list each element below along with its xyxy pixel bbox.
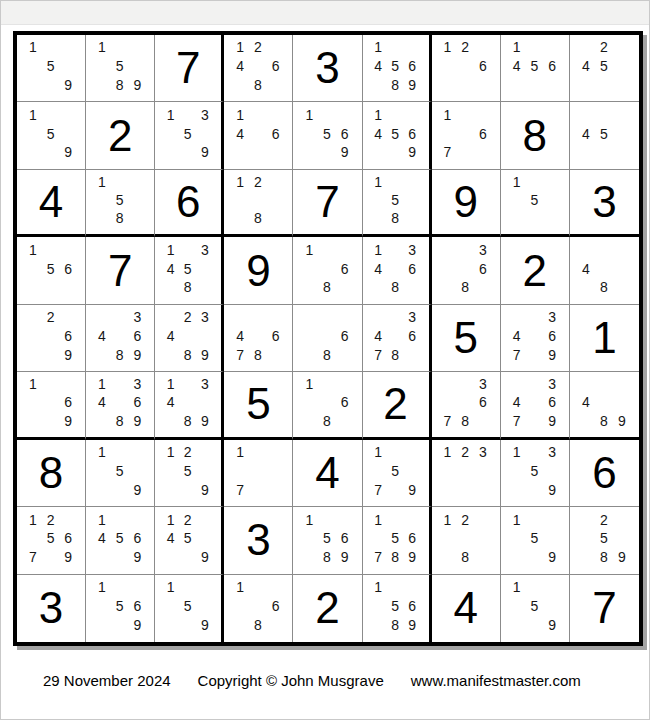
candidate-4: 4 <box>231 124 249 143</box>
candidate-5: 5 <box>595 57 613 76</box>
candidate-1: 1 <box>508 443 526 462</box>
cell-r2c9: 45 <box>570 102 639 169</box>
candidate-1: 1 <box>93 375 111 393</box>
candidates: 17 <box>224 440 292 506</box>
cell-r8c2: 14569 <box>86 507 155 574</box>
candidates: 168 <box>293 372 361 436</box>
candidate-1: 1 <box>24 105 42 124</box>
candidate-5: 5 <box>111 191 129 209</box>
cell-r6c8: 34679 <box>501 372 570 439</box>
candidate-1: 1 <box>231 105 249 124</box>
candidates: 123 <box>432 440 500 506</box>
candidate-8: 8 <box>179 345 196 364</box>
cell-r4c3: 13458 <box>155 237 224 304</box>
candidates: 34679 <box>501 305 569 371</box>
footer: 29 November 2024 Copyright © John Musgra… <box>43 672 581 689</box>
candidate-3: 3 <box>196 375 213 393</box>
candidates: 1456 <box>501 35 569 101</box>
candidate-9: 9 <box>59 76 77 95</box>
candidate-9: 9 <box>129 480 147 499</box>
digit: 3 <box>293 35 361 101</box>
cell-r1c6: 145689 <box>363 35 432 102</box>
cell-r3c7: 9 <box>432 170 501 237</box>
candidate-6: 6 <box>543 57 561 76</box>
candidates: 13458 <box>155 237 221 303</box>
candidate-8: 8 <box>249 616 267 635</box>
candidate-1: 1 <box>231 38 249 57</box>
candidate-1: 1 <box>439 105 457 124</box>
candidate-6: 6 <box>404 597 421 616</box>
candidate-8: 8 <box>387 548 404 567</box>
candidates: 159 <box>17 102 85 168</box>
cell-r5c8: 34679 <box>501 305 570 372</box>
candidates: 128 <box>432 507 500 573</box>
footer-copyright: Copyright © John Musgrave <box>198 672 384 689</box>
candidate-3: 3 <box>474 375 492 393</box>
cell-r5c4: 4678 <box>224 305 293 372</box>
candidate-6: 6 <box>59 259 77 278</box>
candidate-5: 5 <box>42 259 60 278</box>
candidates: 159 <box>501 575 569 642</box>
candidate-4: 4 <box>370 124 387 143</box>
cell-r9c4: 168 <box>224 575 293 642</box>
candidate-8: 8 <box>179 278 196 297</box>
cell-r1c5: 3 <box>293 35 362 102</box>
candidate-1: 1 <box>439 443 457 462</box>
page-top-band <box>1 1 649 25</box>
candidate-4: 4 <box>162 529 179 548</box>
footer-website-link[interactable]: www.manifestmaster.com <box>411 672 581 689</box>
candidate-5: 5 <box>42 57 60 76</box>
digit: 3 <box>224 507 292 573</box>
candidates: 48 <box>570 237 639 303</box>
candidate-1: 1 <box>508 38 526 57</box>
candidate-9: 9 <box>543 412 561 430</box>
candidate-3: 3 <box>474 443 492 462</box>
cell-r6c4: 5 <box>224 372 293 439</box>
candidate-6: 6 <box>59 393 77 411</box>
candidates: 15 <box>501 170 569 234</box>
candidate-8: 8 <box>111 412 129 430</box>
candidate-7: 7 <box>508 412 526 430</box>
cell-r8c1: 125679 <box>17 507 86 574</box>
cell-r7c2: 159 <box>86 440 155 507</box>
candidate-7: 7 <box>508 345 526 364</box>
candidate-9: 9 <box>196 616 213 635</box>
digit: 2 <box>86 102 154 168</box>
candidates: 3678 <box>432 372 500 436</box>
candidate-4: 4 <box>93 327 111 346</box>
candidates: 159 <box>501 507 569 573</box>
candidate-1: 1 <box>162 443 179 462</box>
candidate-6: 6 <box>404 327 421 346</box>
cell-r1c7: 126 <box>432 35 501 102</box>
digit: 5 <box>224 372 292 436</box>
candidate-1: 1 <box>93 578 111 597</box>
candidate-3: 3 <box>404 240 421 259</box>
cell-r8c3: 12459 <box>155 507 224 574</box>
candidates: 14569 <box>363 102 429 168</box>
footer-date: 29 November 2024 <box>43 672 171 689</box>
candidate-1: 1 <box>231 578 249 597</box>
digit: 2 <box>293 575 361 642</box>
cell-r4c1: 156 <box>17 237 86 304</box>
candidate-9: 9 <box>59 412 77 430</box>
cell-r1c9: 245 <box>570 35 639 102</box>
candidate-1: 1 <box>93 443 111 462</box>
candidate-1: 1 <box>439 38 457 57</box>
candidate-5: 5 <box>179 461 196 480</box>
digit: 2 <box>501 237 569 303</box>
candidate-8: 8 <box>387 209 404 227</box>
candidate-6: 6 <box>129 597 147 616</box>
candidates: 45 <box>570 102 639 168</box>
digit: 3 <box>17 575 85 642</box>
candidates: 126 <box>432 35 500 101</box>
digit: 9 <box>432 170 500 234</box>
candidate-6: 6 <box>336 393 354 411</box>
candidate-4: 4 <box>162 327 179 346</box>
digit: 7 <box>155 35 221 101</box>
cell-r5c1: 269 <box>17 305 86 372</box>
digit: 7 <box>86 237 154 303</box>
candidates: 128 <box>224 170 292 234</box>
candidate-9: 9 <box>129 548 147 567</box>
candidates: 168 <box>293 237 361 303</box>
candidate-8: 8 <box>595 548 613 567</box>
candidate-1: 1 <box>370 105 387 124</box>
cell-r7c5: 4 <box>293 440 362 507</box>
candidate-8: 8 <box>595 412 613 430</box>
candidate-1: 1 <box>162 240 179 259</box>
cell-r2c7: 167 <box>432 102 501 169</box>
candidate-5: 5 <box>525 57 543 76</box>
cell-r2c3: 1359 <box>155 102 224 169</box>
candidate-6: 6 <box>336 327 354 346</box>
candidate-2: 2 <box>179 308 196 327</box>
candidate-1: 1 <box>93 510 111 529</box>
candidate-1: 1 <box>300 105 318 124</box>
candidates: 245 <box>570 35 639 101</box>
candidate-8: 8 <box>456 278 474 297</box>
candidate-1: 1 <box>370 443 387 462</box>
candidate-6: 6 <box>404 124 421 143</box>
candidate-8: 8 <box>387 345 404 364</box>
candidates: 167 <box>432 102 500 168</box>
candidate-8: 8 <box>456 548 474 567</box>
page: { "game": "sudoku", "position": "..7.3..… <box>0 0 650 720</box>
candidate-6: 6 <box>59 327 77 346</box>
candidate-9: 9 <box>129 412 147 430</box>
candidates: 1359 <box>501 440 569 506</box>
candidate-8: 8 <box>249 76 267 95</box>
candidate-9: 9 <box>129 345 147 364</box>
cell-r6c2: 134689 <box>86 372 155 439</box>
digit: 4 <box>17 170 85 234</box>
cell-r9c7: 4 <box>432 575 501 642</box>
candidate-1: 1 <box>508 578 526 597</box>
candidate-6: 6 <box>474 57 492 76</box>
candidate-5: 5 <box>387 191 404 209</box>
candidate-4: 4 <box>577 259 595 278</box>
candidates: 1569 <box>86 575 154 642</box>
candidate-5: 5 <box>42 124 60 143</box>
candidate-1: 1 <box>508 510 526 529</box>
candidates: 23489 <box>155 305 221 371</box>
cell-r2c1: 159 <box>17 102 86 169</box>
candidate-2: 2 <box>595 38 613 57</box>
cell-r4c8: 2 <box>501 237 570 304</box>
candidates: 15689 <box>293 507 361 573</box>
cell-r1c1: 159 <box>17 35 86 102</box>
candidate-7: 7 <box>231 480 249 499</box>
candidate-5: 5 <box>595 124 613 143</box>
candidate-7: 7 <box>439 143 457 162</box>
cell-r2c6: 14569 <box>363 102 432 169</box>
candidate-2: 2 <box>42 308 60 327</box>
candidate-4: 4 <box>162 259 179 278</box>
candidate-5: 5 <box>318 529 336 548</box>
candidate-8: 8 <box>318 412 336 430</box>
candidate-1: 1 <box>508 173 526 191</box>
candidate-1: 1 <box>300 240 318 259</box>
cell-r3c3: 6 <box>155 170 224 237</box>
candidate-5: 5 <box>111 529 129 548</box>
candidate-1: 1 <box>231 443 249 462</box>
digit: 7 <box>293 170 361 234</box>
cell-r3c9: 3 <box>570 170 639 237</box>
candidate-2: 2 <box>456 510 474 529</box>
candidate-1: 1 <box>162 510 179 529</box>
candidate-4: 4 <box>93 529 111 548</box>
candidate-1: 1 <box>300 375 318 393</box>
candidates: 34679 <box>501 372 569 436</box>
candidate-9: 9 <box>404 143 421 162</box>
cell-r5c6: 34678 <box>363 305 432 372</box>
candidate-8: 8 <box>318 278 336 297</box>
digit: 4 <box>293 440 361 506</box>
cell-r6c9: 489 <box>570 372 639 439</box>
candidate-5: 5 <box>387 124 404 143</box>
candidate-6: 6 <box>267 57 285 76</box>
cell-r1c2: 1589 <box>86 35 155 102</box>
digit: 2 <box>363 372 429 436</box>
candidates: 158 <box>86 170 154 234</box>
cell-r6c5: 168 <box>293 372 362 439</box>
candidate-1: 1 <box>162 105 179 124</box>
candidate-5: 5 <box>525 461 543 480</box>
candidates: 13489 <box>155 372 221 436</box>
candidates: 125679 <box>17 507 85 573</box>
candidate-9: 9 <box>404 616 421 635</box>
cell-r1c8: 1456 <box>501 35 570 102</box>
candidate-2: 2 <box>249 38 267 57</box>
candidate-1: 1 <box>370 578 387 597</box>
candidates: 169 <box>17 372 85 436</box>
cell-r9c8: 159 <box>501 575 570 642</box>
candidate-8: 8 <box>249 209 267 227</box>
candidate-8: 8 <box>111 209 129 227</box>
candidates: 156789 <box>363 507 429 573</box>
candidates: 12468 <box>224 35 292 101</box>
candidate-5: 5 <box>525 191 543 209</box>
candidates: 489 <box>570 372 639 436</box>
candidate-8: 8 <box>179 412 196 430</box>
candidate-5: 5 <box>179 597 196 616</box>
digit: 9 <box>224 237 292 303</box>
candidate-6: 6 <box>474 124 492 143</box>
candidate-6: 6 <box>59 529 77 548</box>
candidate-3: 3 <box>404 308 421 327</box>
cell-r7c6: 1579 <box>363 440 432 507</box>
cell-r8c9: 2589 <box>570 507 639 574</box>
digit: 4 <box>432 575 500 642</box>
cell-r7c3: 1259 <box>155 440 224 507</box>
candidates: 1569 <box>293 102 361 168</box>
candidate-2: 2 <box>456 443 474 462</box>
candidate-4: 4 <box>577 57 595 76</box>
candidate-1: 1 <box>370 240 387 259</box>
candidates: 158 <box>363 170 429 234</box>
cell-r8c5: 15689 <box>293 507 362 574</box>
candidate-7: 7 <box>24 548 42 567</box>
cell-r7c7: 123 <box>432 440 501 507</box>
cell-r6c7: 3678 <box>432 372 501 439</box>
candidate-3: 3 <box>543 375 561 393</box>
candidates: 15689 <box>363 575 429 642</box>
candidate-4: 4 <box>162 393 179 411</box>
cell-r7c9: 6 <box>570 440 639 507</box>
digit: 8 <box>17 440 85 506</box>
candidate-9: 9 <box>543 616 561 635</box>
candidate-5: 5 <box>179 529 196 548</box>
cell-r3c4: 128 <box>224 170 293 237</box>
cell-r4c7: 368 <box>432 237 501 304</box>
candidate-9: 9 <box>129 76 147 95</box>
cell-r5c9: 1 <box>570 305 639 372</box>
candidate-1: 1 <box>231 173 249 191</box>
candidate-6: 6 <box>543 393 561 411</box>
candidate-3: 3 <box>196 105 213 124</box>
candidates: 14569 <box>86 507 154 573</box>
candidate-6: 6 <box>336 124 354 143</box>
digit: 6 <box>155 170 221 234</box>
candidates: 269 <box>17 305 85 371</box>
candidate-1: 1 <box>162 375 179 393</box>
cell-r6c3: 13489 <box>155 372 224 439</box>
candidate-9: 9 <box>404 480 421 499</box>
candidates: 1259 <box>155 440 221 506</box>
candidate-8: 8 <box>318 345 336 364</box>
cell-r9c9: 7 <box>570 575 639 642</box>
cell-r9c5: 2 <box>293 575 362 642</box>
candidate-2: 2 <box>456 38 474 57</box>
digit: 8 <box>501 102 569 168</box>
candidate-5: 5 <box>525 597 543 616</box>
candidate-1: 1 <box>93 38 111 57</box>
candidate-4: 4 <box>508 57 526 76</box>
candidate-8: 8 <box>318 548 336 567</box>
cell-r2c4: 146 <box>224 102 293 169</box>
candidate-1: 1 <box>300 510 318 529</box>
candidate-9: 9 <box>59 345 77 364</box>
candidate-6: 6 <box>543 327 561 346</box>
candidate-6: 6 <box>129 327 147 346</box>
candidate-3: 3 <box>543 308 561 327</box>
candidate-1: 1 <box>93 173 111 191</box>
candidate-3: 3 <box>543 443 561 462</box>
candidate-5: 5 <box>42 529 60 548</box>
cell-r4c5: 168 <box>293 237 362 304</box>
candidate-2: 2 <box>595 510 613 529</box>
candidate-9: 9 <box>613 548 631 567</box>
candidate-6: 6 <box>129 393 147 411</box>
candidate-4: 4 <box>93 393 111 411</box>
candidate-5: 5 <box>111 461 129 480</box>
cell-r4c9: 48 <box>570 237 639 304</box>
cell-r3c2: 158 <box>86 170 155 237</box>
candidate-6: 6 <box>474 259 492 278</box>
candidates: 68 <box>293 305 361 371</box>
digit: 5 <box>432 305 500 371</box>
cell-r9c3: 159 <box>155 575 224 642</box>
candidates: 368 <box>432 237 500 303</box>
candidate-5: 5 <box>387 529 404 548</box>
candidate-9: 9 <box>404 548 421 567</box>
candidate-3: 3 <box>129 308 147 327</box>
candidate-8: 8 <box>249 345 267 364</box>
candidate-9: 9 <box>196 143 213 162</box>
candidate-8: 8 <box>387 278 404 297</box>
candidate-9: 9 <box>543 345 561 364</box>
candidate-3: 3 <box>196 240 213 259</box>
candidate-6: 6 <box>267 597 285 616</box>
candidate-3: 3 <box>196 308 213 327</box>
candidate-4: 4 <box>231 327 249 346</box>
candidates: 168 <box>224 575 292 642</box>
candidates: 4678 <box>224 305 292 371</box>
candidates: 2589 <box>570 507 639 573</box>
candidate-8: 8 <box>456 412 474 430</box>
candidate-8: 8 <box>595 278 613 297</box>
candidate-8: 8 <box>111 76 129 95</box>
sudoku-board: 1591589712468314568912614562451592135914… <box>13 31 643 646</box>
candidate-6: 6 <box>336 529 354 548</box>
candidates: 1579 <box>363 440 429 506</box>
candidates: 156 <box>17 237 85 303</box>
candidate-5: 5 <box>179 259 196 278</box>
candidate-9: 9 <box>336 548 354 567</box>
candidate-2: 2 <box>179 443 196 462</box>
candidate-1: 1 <box>24 510 42 529</box>
candidate-9: 9 <box>336 143 354 162</box>
cell-r9c2: 1569 <box>86 575 155 642</box>
candidate-6: 6 <box>267 124 285 143</box>
candidate-2: 2 <box>249 173 267 191</box>
cell-r5c7: 5 <box>432 305 501 372</box>
candidates: 159 <box>86 440 154 506</box>
cell-r7c1: 8 <box>17 440 86 507</box>
candidate-4: 4 <box>370 327 387 346</box>
candidate-1: 1 <box>24 38 42 57</box>
candidate-3: 3 <box>474 240 492 259</box>
cell-r4c2: 7 <box>86 237 155 304</box>
candidate-4: 4 <box>508 393 526 411</box>
cell-r5c5: 68 <box>293 305 362 372</box>
candidates: 159 <box>17 35 85 101</box>
candidates: 134689 <box>86 372 154 436</box>
candidate-7: 7 <box>231 345 249 364</box>
